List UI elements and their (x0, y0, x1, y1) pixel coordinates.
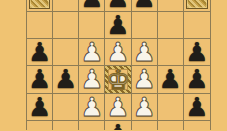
square-d5[interactable]: ♟ (105, 39, 131, 66)
white-defender-pawn: ♟ (132, 94, 155, 120)
square-f5[interactable] (158, 39, 184, 66)
white-defender-pawn: ♟ (80, 94, 103, 120)
square-d7[interactable]: ♟ (105, 0, 131, 12)
corner-escape-ornament (29, 0, 50, 9)
square-f4[interactable]: ♟ (158, 66, 184, 94)
square-b3[interactable] (53, 94, 79, 121)
square-g7[interactable] (184, 0, 210, 12)
black-attacker-pawn: ♟ (106, 121, 129, 131)
square-c7[interactable]: ♟ (79, 0, 105, 12)
white-defender-pawn: ♟ (80, 66, 103, 92)
black-attacker-pawn: ♟ (28, 66, 51, 92)
tafl-game-screen: ♟♟♟♟♟♟♟♟♟♟♟♟♚♟♟♟♟♟♟♟♟♟♟♟♟ (0, 0, 227, 130)
white-defender-pawn: ♟ (106, 39, 129, 65)
corner-escape-ornament (186, 0, 208, 9)
tafl-board: ♟♟♟♟♟♟♟♟♟♟♟♟♚♟♟♟♟♟♟♟♟♟♟♟♟ (26, 0, 211, 130)
black-attacker-pawn: ♟ (80, 0, 103, 11)
square-e6[interactable] (132, 12, 158, 39)
square-d4[interactable]: ♚ (105, 66, 131, 94)
square-d3[interactable]: ♟ (105, 94, 131, 121)
square-c5[interactable]: ♟ (79, 39, 105, 66)
black-attacker-pawn: ♟ (185, 94, 208, 120)
black-attacker-pawn: ♟ (185, 66, 208, 92)
square-g4[interactable]: ♟ (184, 66, 210, 94)
black-attacker-pawn: ♟ (132, 0, 155, 11)
square-b2[interactable] (53, 121, 79, 131)
square-g3[interactable]: ♟ (184, 94, 210, 121)
square-d2[interactable]: ♟ (105, 121, 131, 131)
square-e7[interactable]: ♟ (132, 0, 158, 12)
square-e5[interactable]: ♟ (132, 39, 158, 66)
throne-ornament (105, 66, 130, 93)
white-defender-pawn: ♟ (80, 39, 103, 65)
black-attacker-pawn: ♟ (106, 0, 129, 11)
square-b4[interactable]: ♟ (53, 66, 79, 94)
square-f6[interactable] (158, 12, 184, 39)
square-b7[interactable] (53, 0, 79, 12)
black-attacker-pawn: ♟ (28, 39, 51, 65)
square-a5[interactable]: ♟ (27, 39, 53, 66)
square-b6[interactable] (53, 12, 79, 39)
square-a6[interactable] (27, 12, 53, 39)
square-c3[interactable]: ♟ (79, 94, 105, 121)
square-c4[interactable]: ♟ (79, 66, 105, 94)
black-attacker-pawn: ♟ (54, 66, 77, 92)
square-a4[interactable]: ♟ (27, 66, 53, 94)
square-f2[interactable] (158, 121, 184, 131)
square-g5[interactable]: ♟ (184, 39, 210, 66)
square-e4[interactable]: ♟ (132, 66, 158, 94)
square-a3[interactable]: ♟ (27, 94, 53, 121)
white-defender-pawn: ♟ (132, 39, 155, 65)
square-a7[interactable] (27, 0, 53, 12)
square-c6[interactable] (79, 12, 105, 39)
square-f7[interactable] (158, 0, 184, 12)
square-g6[interactable] (184, 12, 210, 39)
square-e3[interactable]: ♟ (132, 94, 158, 121)
black-attacker-pawn: ♟ (106, 12, 129, 38)
square-c2[interactable] (79, 121, 105, 131)
square-b5[interactable] (53, 39, 79, 66)
square-a2[interactable] (27, 121, 53, 131)
black-attacker-pawn: ♟ (185, 39, 208, 65)
black-attacker-pawn: ♟ (159, 66, 182, 92)
square-g2[interactable] (184, 121, 210, 131)
square-d6[interactable]: ♟ (105, 12, 131, 39)
black-attacker-pawn: ♟ (28, 94, 51, 120)
square-e2[interactable] (132, 121, 158, 131)
white-defender-pawn: ♟ (132, 66, 155, 92)
white-defender-pawn: ♟ (106, 94, 129, 120)
square-f3[interactable] (158, 94, 184, 121)
